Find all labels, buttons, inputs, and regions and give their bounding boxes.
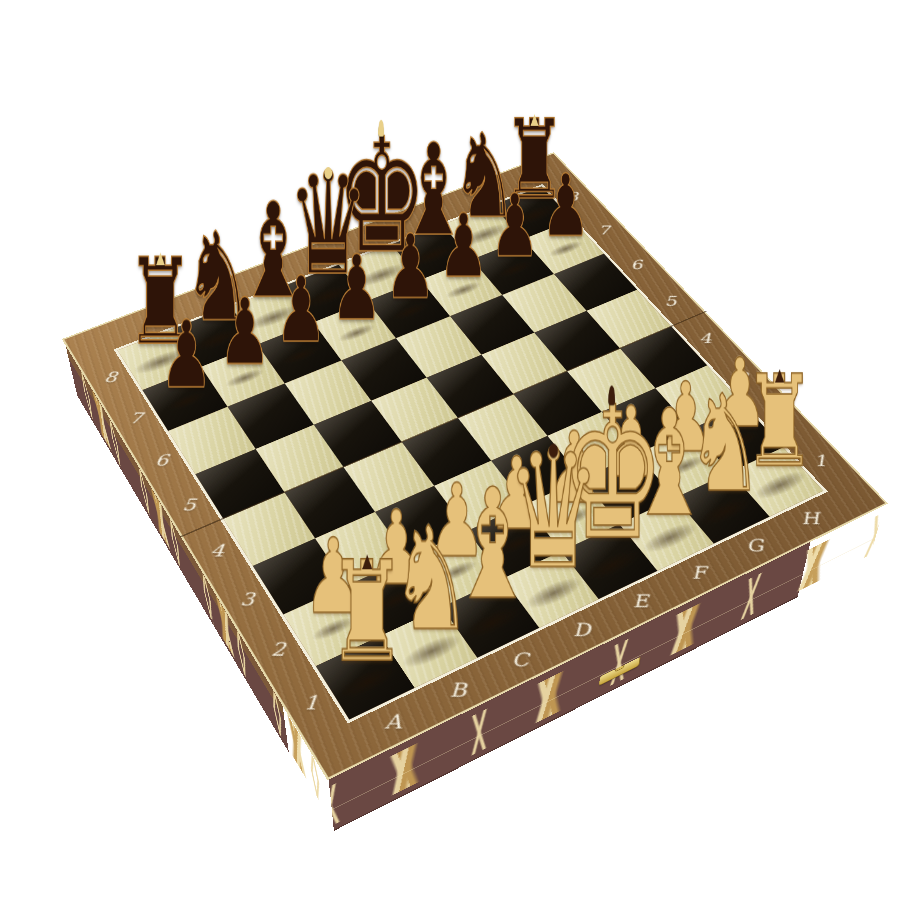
finial-dark <box>775 369 784 382</box>
file-label-bottom: E <box>632 590 650 611</box>
rank-label-left: 2 <box>270 638 286 660</box>
rank-label-right: 4 <box>698 330 712 346</box>
rank-label-left: 6 <box>154 451 170 470</box>
rank-label-right: 6 <box>630 257 643 272</box>
file-label-bottom: H <box>799 509 821 529</box>
rank-label-right: 8 <box>566 190 578 204</box>
rank-label-right: 5 <box>663 293 677 309</box>
file-label-bottom: F <box>690 562 707 583</box>
finial-cream <box>531 114 539 126</box>
file-label-bottom: G <box>745 535 765 555</box>
rank-label-left: 8 <box>103 369 119 386</box>
square-h5 <box>586 289 671 348</box>
file-label-bottom: A <box>385 710 402 734</box>
product-photo: ♜♞♝♛♚♝♞♜♟♟♟♟♟♟♟♟♟♟♟♟♟♟♟♟♜♞♝♛♚♝♞♜ 8877665… <box>0 0 900 900</box>
board-frame: ♜♞♝♛♚♝♞♜♟♟♟♟♟♟♟♟♟♟♟♟♟♟♟♟♜♞♝♛♚♝♞♜ 8877665… <box>64 154 885 778</box>
rank-label-left: 5 <box>181 495 197 514</box>
rank-label-left: 3 <box>239 588 255 609</box>
finial-dark <box>608 385 615 404</box>
finial-cream <box>156 253 165 266</box>
rank-label-right: 7 <box>598 223 611 238</box>
rank-label-left: 1 <box>303 691 319 714</box>
finial-cream <box>324 167 332 179</box>
square-a1: ♜ <box>316 636 415 720</box>
chess-box: ♜♞♝♛♚♝♞♜♟♟♟♟♟♟♟♟♟♟♟♟♟♟♟♟♜♞♝♛♚♝♞♜ 8877665… <box>64 154 885 778</box>
file-label-bottom: D <box>572 619 591 641</box>
finial-dark <box>362 554 372 569</box>
file-label-bottom: B <box>449 679 466 702</box>
rook-glyph: ♜ <box>313 543 422 681</box>
rank-label-left: 7 <box>128 409 144 427</box>
file-label-bottom: C <box>512 648 530 670</box>
rank-label-left: 4 <box>210 541 226 561</box>
finial-dark <box>549 444 558 458</box>
finial-cream <box>379 120 385 137</box>
pawn-glyph: ♟ <box>139 308 234 401</box>
